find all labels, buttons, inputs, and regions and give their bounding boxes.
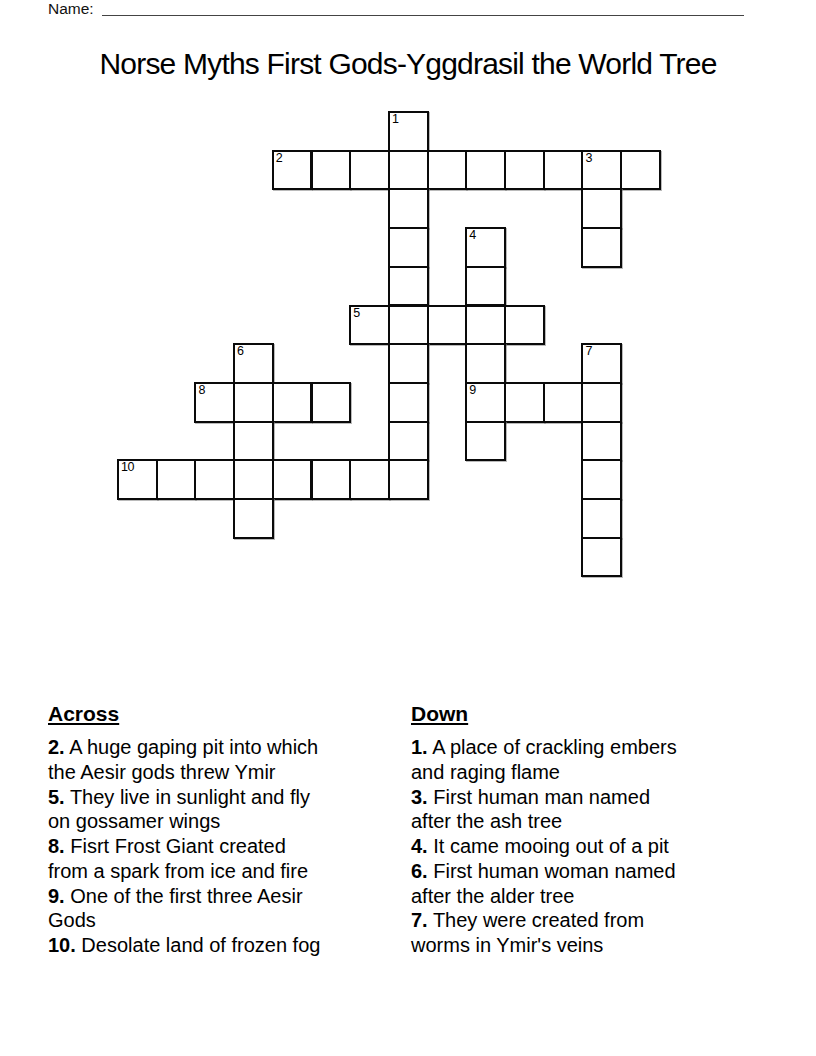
crossword-cell-r7c4[interactable]: [272, 382, 313, 423]
clue-across-8-line-1: 8. Fisrt Frost Giant created: [48, 834, 398, 859]
crossword-cell-r1c12[interactable]: 3: [581, 150, 622, 191]
clue-down-6-line-2: after the alder tree: [411, 884, 761, 909]
crossword-cell-r8c9[interactable]: [465, 421, 506, 462]
crossword-cell-r2c12[interactable]: [581, 188, 622, 229]
cell-number-9: 9: [469, 384, 475, 397]
crossword-cell-r10c12[interactable]: [581, 498, 622, 539]
crossword-cell-r1c8[interactable]: [427, 150, 468, 191]
crossword-cell-r5c10[interactable]: [504, 305, 545, 346]
crossword-cell-r9c2[interactable]: [194, 459, 235, 500]
crossword-cell-r5c7[interactable]: [388, 305, 429, 346]
crossword-cell-r6c9[interactable]: [465, 343, 506, 384]
crossword-cell-r1c13[interactable]: [620, 150, 661, 191]
crossword-cell-r9c0[interactable]: 10: [117, 459, 158, 500]
clue-down-1-line-1: 1. A place of crackling embers: [411, 735, 761, 760]
clue-down-7-line-1: 7. They were created from: [411, 908, 761, 933]
crossword-worksheet: Name: Norse Myths First Gods-Yggdrasil t…: [0, 0, 816, 1056]
crossword-cell-r4c7[interactable]: [388, 266, 429, 307]
clue-down-3-line-2: after the ash tree: [411, 809, 761, 834]
crossword-cell-r1c9[interactable]: [465, 150, 506, 191]
crossword-cell-r1c6[interactable]: [349, 150, 390, 191]
name-input-line[interactable]: [102, 0, 744, 16]
crossword-cell-r5c9[interactable]: [465, 305, 506, 346]
clue-down-3-line-1: 3. First human man named: [411, 785, 761, 810]
clue-across-2-line-2: the Aesir gods threw Ymir: [48, 760, 398, 785]
clue-across-5-line-1: 5. They live in sunlight and fly: [48, 785, 398, 810]
crossword-cell-r3c12[interactable]: [581, 227, 622, 268]
crossword-cell-r3c7[interactable]: [388, 227, 429, 268]
cell-number-3: 3: [585, 152, 591, 165]
crossword-cell-r10c3[interactable]: [233, 498, 274, 539]
puzzle-title: Norse Myths First Gods-Yggdrasil the Wor…: [0, 46, 816, 82]
clue-down-7: 7. They were created fromworms in Ymir's…: [411, 908, 761, 958]
crossword-cell-r1c7[interactable]: [388, 150, 429, 191]
crossword-cell-r5c8[interactable]: [427, 305, 468, 346]
clue-down-6: 6. First human woman namedafter the alde…: [411, 859, 761, 909]
down-clue-list: 1. A place of crackling embersand raging…: [411, 735, 761, 958]
cell-number-2: 2: [276, 152, 282, 165]
crossword-cell-r7c11[interactable]: [543, 382, 584, 423]
clue-down-7-line-2: worms in Ymir's veins: [411, 933, 761, 958]
crossword-cell-r8c7[interactable]: [388, 421, 429, 462]
crossword-cell-r11c12[interactable]: [581, 537, 622, 578]
crossword-cell-r9c3[interactable]: [233, 459, 274, 500]
clue-across-10: 10. Desolate land of frozen fog: [48, 933, 398, 958]
crossword-cell-r7c7[interactable]: [388, 382, 429, 423]
clue-across-2: 2. A huge gaping pit into whichthe Aesir…: [48, 735, 398, 785]
crossword-cell-r7c5[interactable]: [311, 382, 352, 423]
clue-across-9-line-2: Gods: [48, 908, 398, 933]
cell-number-5: 5: [353, 307, 359, 320]
clue-down-1-line-2: and raging flame: [411, 760, 761, 785]
clue-down-3: 3. First human man namedafter the ash tr…: [411, 785, 761, 835]
crossword-cell-r6c3[interactable]: 6: [233, 343, 274, 384]
crossword-cell-r7c9[interactable]: 9: [465, 382, 506, 423]
crossword-cell-r9c7[interactable]: [388, 459, 429, 500]
crossword-cell-r8c12[interactable]: [581, 421, 622, 462]
crossword-cell-r2c7[interactable]: [388, 188, 429, 229]
crossword-cell-r6c12[interactable]: 7: [581, 343, 622, 384]
clue-across-8-line-2: from a spark from ice and fire: [48, 859, 398, 884]
crossword-cell-r6c7[interactable]: [388, 343, 429, 384]
cell-number-8: 8: [198, 384, 204, 397]
cell-number-4: 4: [469, 229, 475, 242]
clue-across-5: 5. They live in sunlight and flyon gossa…: [48, 785, 398, 835]
cell-number-1: 1: [392, 113, 398, 126]
across-clue-list: 2. A huge gaping pit into whichthe Aesir…: [48, 735, 398, 958]
crossword-cell-r0c7[interactable]: 1: [388, 111, 429, 152]
clue-down-6-line-1: 6. First human woman named: [411, 859, 761, 884]
down-clues-section: Down 1. A place of crackling embersand r…: [411, 700, 761, 958]
crossword-cell-r4c9[interactable]: [465, 266, 506, 307]
clue-across-8: 8. Fisrt Frost Giant createdfrom a spark…: [48, 834, 398, 884]
clue-across-10-line-1: 10. Desolate land of frozen fog: [48, 933, 398, 958]
crossword-cell-r9c4[interactable]: [272, 459, 313, 500]
clue-across-5-line-2: on gossamer wings: [48, 809, 398, 834]
crossword-cell-r9c1[interactable]: [156, 459, 197, 500]
crossword-cell-r5c6[interactable]: 5: [349, 305, 390, 346]
across-clues-section: Across 2. A huge gaping pit into whichth…: [48, 700, 398, 958]
down-header: Down: [411, 700, 761, 727]
clue-down-1: 1. A place of crackling embersand raging…: [411, 735, 761, 785]
name-label: Name:: [48, 0, 94, 18]
crossword-cell-r1c11[interactable]: [543, 150, 584, 191]
crossword-cell-r8c3[interactable]: [233, 421, 274, 462]
clue-across-2-line-1: 2. A huge gaping pit into which: [48, 735, 398, 760]
clue-across-9: 9. One of the first three AesirGods: [48, 884, 398, 934]
crossword-cell-r1c5[interactable]: [311, 150, 352, 191]
crossword-cell-r9c6[interactable]: [349, 459, 390, 500]
crossword-cell-r1c4[interactable]: 2: [272, 150, 313, 191]
crossword-cell-r9c5[interactable]: [311, 459, 352, 500]
clue-down-4: 4. It came mooing out of a pit: [411, 834, 761, 859]
clue-down-4-line-1: 4. It came mooing out of a pit: [411, 834, 761, 859]
cell-number-7: 7: [585, 345, 591, 358]
crossword-cell-r7c3[interactable]: [233, 382, 274, 423]
cell-number-10: 10: [121, 461, 134, 474]
cell-number-6: 6: [237, 345, 243, 358]
across-header: Across: [48, 700, 398, 727]
crossword-cell-r7c10[interactable]: [504, 382, 545, 423]
crossword-cell-r7c2[interactable]: 8: [194, 382, 235, 423]
crossword-cell-r9c12[interactable]: [581, 459, 622, 500]
crossword-grid: 12345678910: [117, 111, 662, 578]
crossword-cell-r7c12[interactable]: [581, 382, 622, 423]
clue-across-9-line-1: 9. One of the first three Aesir: [48, 884, 398, 909]
crossword-cell-r3c9[interactable]: 4: [465, 227, 506, 268]
crossword-cell-r1c10[interactable]: [504, 150, 545, 191]
